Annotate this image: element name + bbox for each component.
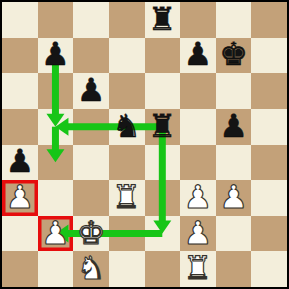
square-c6[interactable]: ♟ <box>73 73 109 109</box>
square-d7[interactable] <box>109 38 145 74</box>
square-h4[interactable] <box>251 145 287 181</box>
black-pawn-c6[interactable]: ♟ <box>77 74 106 106</box>
white-king-c2[interactable]: ♚ <box>77 217 106 249</box>
white-rook-d3[interactable]: ♜ <box>112 181 141 213</box>
square-d6[interactable] <box>109 73 145 109</box>
white-knight-c1[interactable]: ♞ <box>77 252 106 284</box>
black-pawn-f7[interactable]: ♟ <box>184 38 213 70</box>
square-a2[interactable] <box>2 216 38 252</box>
square-a1[interactable] <box>2 251 38 287</box>
square-a3[interactable]: ♟ <box>2 180 38 216</box>
square-e6[interactable] <box>145 73 181 109</box>
square-d1[interactable] <box>109 251 145 287</box>
square-c2[interactable]: ♚ <box>73 216 109 252</box>
square-b8[interactable] <box>38 2 74 38</box>
square-f7[interactable]: ♟ <box>180 38 216 74</box>
chess-board: ♜♟♟♚♟♞♜♟♟♟♜♟♟♟♚♟♞♜ <box>0 0 289 289</box>
square-b6[interactable] <box>38 73 74 109</box>
square-c4[interactable] <box>73 145 109 181</box>
square-d3[interactable]: ♜ <box>109 180 145 216</box>
black-pawn-g5[interactable]: ♟ <box>219 110 248 142</box>
square-e2[interactable] <box>145 216 181 252</box>
square-f2[interactable]: ♟ <box>180 216 216 252</box>
square-g5[interactable]: ♟ <box>216 109 252 145</box>
square-e5[interactable]: ♜ <box>145 109 181 145</box>
square-f1[interactable]: ♜ <box>180 251 216 287</box>
black-pawn-b7[interactable]: ♟ <box>41 38 70 70</box>
square-f4[interactable] <box>180 145 216 181</box>
white-pawn-f2[interactable]: ♟ <box>184 217 213 249</box>
square-h7[interactable] <box>251 38 287 74</box>
square-e4[interactable] <box>145 145 181 181</box>
square-a7[interactable] <box>2 38 38 74</box>
square-a5[interactable] <box>2 109 38 145</box>
white-pawn-g3[interactable]: ♟ <box>219 181 248 213</box>
square-a6[interactable] <box>2 73 38 109</box>
square-e8[interactable]: ♜ <box>145 2 181 38</box>
black-pawn-a4[interactable]: ♟ <box>5 145 34 177</box>
square-g8[interactable] <box>216 2 252 38</box>
square-b3[interactable] <box>38 180 74 216</box>
square-g7[interactable]: ♚ <box>216 38 252 74</box>
square-f6[interactable] <box>180 73 216 109</box>
white-pawn-f3[interactable]: ♟ <box>184 181 213 213</box>
black-knight-d5[interactable]: ♞ <box>112 110 141 142</box>
square-f5[interactable] <box>180 109 216 145</box>
board-grid: ♜♟♟♚♟♞♜♟♟♟♜♟♟♟♚♟♞♜ <box>2 2 287 287</box>
square-b4[interactable] <box>38 145 74 181</box>
square-c7[interactable] <box>73 38 109 74</box>
black-rook-e8[interactable]: ♜ <box>148 3 177 35</box>
square-g2[interactable] <box>216 216 252 252</box>
square-b2[interactable]: ♟ <box>38 216 74 252</box>
square-e7[interactable] <box>145 38 181 74</box>
square-g6[interactable] <box>216 73 252 109</box>
square-a4[interactable]: ♟ <box>2 145 38 181</box>
square-h1[interactable] <box>251 251 287 287</box>
square-e1[interactable] <box>145 251 181 287</box>
black-rook-e5[interactable]: ♜ <box>148 110 177 142</box>
square-c8[interactable] <box>73 2 109 38</box>
square-c1[interactable]: ♞ <box>73 251 109 287</box>
square-f3[interactable]: ♟ <box>180 180 216 216</box>
square-d4[interactable] <box>109 145 145 181</box>
square-c3[interactable] <box>73 180 109 216</box>
square-d8[interactable] <box>109 2 145 38</box>
square-c5[interactable] <box>73 109 109 145</box>
square-h2[interactable] <box>251 216 287 252</box>
square-e3[interactable] <box>145 180 181 216</box>
square-a8[interactable] <box>2 2 38 38</box>
square-g4[interactable] <box>216 145 252 181</box>
square-b7[interactable]: ♟ <box>38 38 74 74</box>
square-f8[interactable] <box>180 2 216 38</box>
square-b1[interactable] <box>38 251 74 287</box>
square-d5[interactable]: ♞ <box>109 109 145 145</box>
square-h8[interactable] <box>251 2 287 38</box>
black-king-g7[interactable]: ♚ <box>219 38 248 70</box>
square-g3[interactable]: ♟ <box>216 180 252 216</box>
square-h3[interactable] <box>251 180 287 216</box>
white-pawn-a3[interactable]: ♟ <box>5 181 34 213</box>
square-h5[interactable] <box>251 109 287 145</box>
white-rook-f1[interactable]: ♜ <box>184 252 213 284</box>
square-h6[interactable] <box>251 73 287 109</box>
square-g1[interactable] <box>216 251 252 287</box>
square-b5[interactable] <box>38 109 74 145</box>
square-d2[interactable] <box>109 216 145 252</box>
white-pawn-b2[interactable]: ♟ <box>41 217 70 249</box>
